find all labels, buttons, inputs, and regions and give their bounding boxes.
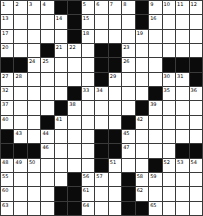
black-cell-r13c6	[68, 173, 80, 186]
cell-r14c3[interactable]	[28, 187, 40, 200]
cell-r1c2[interactable]: 2	[14, 1, 26, 14]
cell-r12c13[interactable]: 52	[163, 159, 175, 172]
cell-r3c15[interactable]	[190, 30, 202, 43]
cell-r5c12[interactable]	[149, 58, 161, 71]
black-cell-r7c6	[68, 87, 80, 100]
cell-r15c15[interactable]	[190, 202, 202, 215]
black-cell-r3c6	[68, 30, 80, 43]
cell-r13c4[interactable]	[41, 173, 53, 186]
cell-r9c12[interactable]	[149, 116, 161, 129]
clue-number: 47	[123, 144, 129, 150]
black-cell-r8c11	[136, 101, 148, 114]
cell-r11c12[interactable]	[149, 144, 161, 157]
cell-r8c1[interactable]: 37	[1, 101, 13, 114]
cell-r13c3[interactable]	[28, 173, 40, 186]
crossword-grid: 1234567891011121314151617181920212223242…	[0, 0, 203, 216]
black-cell-r6c15	[190, 73, 202, 86]
cell-r5c10[interactable]: 26	[122, 58, 134, 71]
black-cell-r4c8	[95, 44, 107, 57]
cell-r8c4[interactable]	[41, 101, 53, 114]
cell-r10c10[interactable]: 45	[122, 130, 134, 143]
black-cell-r5c13	[163, 58, 175, 71]
clue-number: 10	[164, 1, 170, 7]
cell-r14c1[interactable]: 60	[1, 187, 13, 200]
cell-r3c2[interactable]	[14, 30, 26, 43]
black-cell-r14c6	[68, 187, 80, 200]
clue-number: 65	[150, 202, 156, 208]
clue-number: 51	[110, 159, 116, 165]
cell-r3c4[interactable]	[41, 30, 53, 43]
cell-r5c11[interactable]	[136, 58, 148, 71]
cell-r2c14[interactable]	[176, 15, 188, 28]
cell-r1c14[interactable]: 11	[176, 1, 188, 14]
clue-number: 48	[2, 159, 8, 165]
black-cell-r4c4	[41, 44, 53, 57]
cell-r1c13[interactable]: 10	[163, 1, 175, 14]
cell-r10c5[interactable]	[55, 130, 67, 143]
cell-r8c12[interactable]: 39	[149, 101, 161, 114]
clue-number: 34	[96, 87, 102, 93]
clue-number: 20	[2, 44, 8, 50]
clue-number: 12	[191, 1, 197, 7]
clue-number: 50	[29, 159, 35, 165]
clue-number: 30	[164, 73, 170, 79]
clue-number: 63	[2, 202, 8, 208]
cell-r14c9[interactable]	[109, 187, 121, 200]
cell-r10c15[interactable]	[190, 130, 202, 143]
cell-r11c5[interactable]	[55, 144, 67, 157]
cell-r11c11[interactable]	[136, 144, 148, 157]
clue-number: 56	[83, 173, 89, 179]
cell-r10c13[interactable]	[163, 130, 175, 143]
cell-r9c9[interactable]	[109, 116, 121, 129]
cell-r14c2[interactable]	[14, 187, 26, 200]
black-cell-r1c5	[55, 1, 67, 14]
clue-number: 14	[56, 15, 62, 21]
cell-r7c2[interactable]	[14, 87, 26, 100]
cell-r2c4[interactable]	[41, 15, 53, 28]
clue-number: 60	[2, 187, 8, 193]
cell-r13c2[interactable]	[14, 173, 26, 186]
cell-r7c3[interactable]	[28, 87, 40, 100]
clue-number: 49	[15, 159, 21, 165]
cell-r2c2[interactable]	[14, 15, 26, 28]
clue-number: 27	[2, 73, 8, 79]
clue-number: 24	[29, 58, 35, 64]
cell-r6c13[interactable]: 30	[163, 73, 175, 86]
cell-r9c6[interactable]	[68, 116, 80, 129]
cell-r3c11[interactable]: 19	[136, 30, 148, 43]
cell-r13c13[interactable]	[163, 173, 175, 186]
cell-r14c13[interactable]	[163, 187, 175, 200]
cell-r2c12[interactable]: 16	[149, 15, 161, 28]
cell-r6c10[interactable]	[122, 73, 134, 86]
cell-r3c1[interactable]: 17	[1, 30, 13, 43]
cell-r4c3[interactable]	[28, 44, 40, 57]
clue-number: 54	[191, 159, 197, 165]
cell-r13c1[interactable]: 55	[1, 173, 13, 186]
cell-r14c15[interactable]	[190, 187, 202, 200]
cell-r9c8[interactable]	[95, 116, 107, 129]
cell-r10c3[interactable]	[28, 130, 40, 143]
cell-r12c10[interactable]	[122, 159, 134, 172]
cell-r2c10[interactable]	[122, 15, 134, 28]
clue-number: 37	[2, 101, 8, 107]
cell-r4c10[interactable]: 23	[122, 44, 134, 57]
clue-number: 1	[2, 1, 5, 7]
cell-r1c4[interactable]: 4	[41, 1, 53, 14]
clue-number: 19	[137, 30, 143, 36]
cell-r3c10[interactable]	[122, 30, 134, 43]
clue-number: 23	[123, 44, 129, 50]
cell-r3c13[interactable]	[163, 30, 175, 43]
clue-number: 38	[69, 101, 75, 107]
black-cell-r11c9	[109, 144, 121, 157]
cell-r15c3[interactable]	[28, 202, 40, 215]
black-cell-r10c1	[1, 130, 13, 143]
cell-r11c10[interactable]: 47	[122, 144, 134, 157]
clue-number: 15	[83, 15, 89, 21]
clue-number: 41	[56, 116, 62, 122]
cell-r4c2[interactable]	[14, 44, 26, 57]
cell-r8c13[interactable]	[163, 101, 175, 114]
black-cell-r8c5	[55, 101, 67, 114]
cell-r9c2[interactable]	[14, 116, 26, 129]
black-cell-r11c1	[1, 144, 13, 157]
cell-r7c14[interactable]	[176, 87, 188, 100]
cell-r8c14[interactable]	[176, 101, 188, 114]
black-cell-r12c12	[149, 159, 161, 172]
clue-number: 28	[15, 73, 21, 79]
black-cell-r6c8	[95, 73, 107, 86]
clue-number: 52	[164, 159, 170, 165]
cell-r6c11[interactable]	[136, 73, 148, 86]
cell-r3c7[interactable]: 18	[82, 30, 94, 43]
cell-r6c12[interactable]	[149, 73, 161, 86]
black-cell-r14c10	[122, 187, 134, 200]
cell-r15c12[interactable]: 65	[149, 202, 161, 215]
cell-r4c15[interactable]	[190, 44, 202, 57]
cell-r13c11[interactable]: 58	[136, 173, 148, 186]
cell-r14c7[interactable]: 61	[82, 187, 94, 200]
cell-r13c7[interactable]: 56	[82, 173, 94, 186]
cell-r3c8[interactable]	[95, 30, 107, 43]
clue-number: 36	[191, 87, 197, 93]
black-cell-r15c6	[68, 202, 80, 215]
clue-number: 35	[164, 87, 170, 93]
cell-r3c9[interactable]	[109, 30, 121, 43]
cell-r1c3[interactable]: 3	[28, 1, 40, 14]
black-cell-r4c9	[109, 44, 121, 57]
cell-r8c7[interactable]	[82, 101, 94, 114]
clue-number: 17	[2, 30, 8, 36]
cell-r12c15[interactable]: 54	[190, 159, 202, 172]
cell-r14c11[interactable]: 62	[136, 187, 148, 200]
cell-r15c9[interactable]	[109, 202, 121, 215]
black-cell-r11c2	[14, 144, 26, 157]
cell-r9c1[interactable]: 40	[1, 116, 13, 129]
cell-r4c1[interactable]: 20	[1, 44, 13, 57]
clue-number: 39	[150, 101, 156, 107]
cell-r5c6[interactable]	[68, 58, 80, 71]
black-cell-r2c6	[68, 15, 80, 28]
clue-number: 13	[2, 15, 8, 21]
cell-r7c1[interactable]: 32	[1, 87, 13, 100]
clue-number: 40	[2, 116, 8, 122]
cell-r12c6[interactable]	[68, 159, 80, 172]
cell-r1c8[interactable]: 6	[95, 1, 107, 14]
cell-r4c14[interactable]	[176, 44, 188, 57]
cell-r4c7[interactable]	[82, 44, 94, 57]
clue-number: 29	[110, 73, 116, 79]
clue-number: 6	[96, 1, 99, 7]
cell-r2c7[interactable]: 15	[82, 15, 94, 28]
cell-r12c9[interactable]: 51	[109, 159, 121, 172]
cell-r9c14[interactable]	[176, 116, 188, 129]
cell-r11c6[interactable]	[68, 144, 80, 157]
cell-r12c11[interactable]	[136, 159, 148, 172]
cell-r9c7[interactable]	[82, 116, 94, 129]
cell-r15c7[interactable]: 64	[82, 202, 94, 215]
clue-number: 44	[42, 130, 48, 136]
cell-r10c7[interactable]	[82, 130, 94, 143]
cell-r11c4[interactable]: 46	[41, 144, 53, 157]
cell-r13c9[interactable]	[109, 173, 121, 186]
clue-number: 46	[42, 144, 48, 150]
cell-r7c5[interactable]	[55, 87, 67, 100]
cell-r10c12[interactable]	[149, 130, 161, 143]
cell-r2c13[interactable]	[163, 15, 175, 28]
black-cell-r11c8	[95, 144, 107, 157]
cell-r1c7[interactable]: 5	[82, 1, 94, 14]
cell-r3c12[interactable]	[149, 30, 161, 43]
cell-r9c5[interactable]: 41	[55, 116, 67, 129]
cell-r5c3[interactable]: 24	[28, 58, 40, 71]
cell-r10c14[interactable]	[176, 130, 188, 143]
cell-r6c4[interactable]	[41, 73, 53, 86]
clue-number: 31	[177, 73, 183, 79]
black-cell-r5c2	[14, 58, 26, 71]
cell-r1c9[interactable]: 7	[109, 1, 121, 14]
clue-number: 33	[83, 87, 89, 93]
cell-r4c5[interactable]: 21	[55, 44, 67, 57]
clue-number: 59	[150, 173, 156, 179]
black-cell-r13c10	[122, 173, 134, 186]
cell-r6c14[interactable]: 31	[176, 73, 188, 86]
cell-r4c13[interactable]	[163, 44, 175, 57]
clue-number: 64	[83, 202, 89, 208]
cell-r7c13[interactable]: 35	[163, 87, 175, 100]
black-cell-r1c11	[136, 1, 148, 14]
cell-r11c7[interactable]	[82, 144, 94, 157]
cell-r14c14[interactable]	[176, 187, 188, 200]
clue-number: 7	[110, 1, 113, 7]
cell-r4c11[interactable]	[136, 44, 148, 57]
clue-number: 21	[56, 44, 62, 50]
cell-r8c2[interactable]	[14, 101, 26, 114]
cell-r7c11[interactable]	[136, 87, 148, 100]
clue-number: 58	[137, 173, 143, 179]
cell-r9c3[interactable]	[28, 116, 40, 129]
cell-r13c15[interactable]	[190, 173, 202, 186]
cell-r7c15[interactable]: 36	[190, 87, 202, 100]
cell-r1c1[interactable]: 1	[1, 1, 13, 14]
cell-r2c1[interactable]: 13	[1, 15, 13, 28]
cell-r9c13[interactable]	[163, 116, 175, 129]
cell-r13c8[interactable]: 57	[95, 173, 107, 186]
cell-r10c11[interactable]	[136, 130, 148, 143]
black-cell-r1c6	[68, 1, 80, 14]
cell-r5c5[interactable]	[55, 58, 67, 71]
cell-r2c8[interactable]	[95, 15, 107, 28]
cell-r7c9[interactable]	[109, 87, 121, 100]
cell-r1c12[interactable]: 9	[149, 1, 161, 14]
clue-number: 2	[15, 1, 18, 7]
cell-r6c6[interactable]	[68, 73, 80, 86]
black-cell-r11c14	[176, 144, 188, 157]
cell-r7c4[interactable]	[41, 87, 53, 100]
clue-number: 53	[177, 159, 183, 165]
cell-r14c4[interactable]	[41, 187, 53, 200]
clue-number: 5	[83, 1, 86, 7]
cell-r12c2[interactable]: 49	[14, 159, 26, 172]
cell-r6c1[interactable]: 27	[1, 73, 13, 86]
cell-r7c7[interactable]: 33	[82, 87, 94, 100]
clue-number: 9	[150, 1, 153, 7]
black-cell-r7c12	[149, 87, 161, 100]
cell-r12c5[interactable]	[55, 159, 67, 172]
cell-r2c15[interactable]	[190, 15, 202, 28]
black-cell-r5c15	[190, 58, 202, 71]
cell-r4c6[interactable]: 22	[68, 44, 80, 57]
clue-number: 4	[42, 1, 45, 7]
cell-r14c12[interactable]	[149, 187, 161, 200]
cell-r1c15[interactable]: 12	[190, 1, 202, 14]
black-cell-r10c9	[109, 130, 121, 143]
cell-r15c2[interactable]	[14, 202, 26, 215]
cell-r15c4[interactable]	[41, 202, 53, 215]
cell-r9c15[interactable]	[190, 116, 202, 129]
cell-r13c5[interactable]	[55, 173, 67, 186]
black-cell-r11c3	[28, 144, 40, 157]
cell-r3c5[interactable]	[55, 30, 67, 43]
cell-r2c3[interactable]	[28, 15, 40, 28]
black-cell-r14c5	[55, 187, 67, 200]
cell-r13c12[interactable]: 59	[149, 173, 161, 186]
cell-r12c3[interactable]: 50	[28, 159, 40, 172]
cell-r2c9[interactable]	[109, 15, 121, 28]
black-cell-r5c1	[1, 58, 13, 71]
cell-r6c2[interactable]: 28	[14, 73, 26, 86]
clue-number: 45	[123, 130, 129, 136]
clue-number: 3	[29, 1, 32, 7]
clue-number: 18	[83, 30, 89, 36]
cell-r15c1[interactable]: 63	[1, 202, 13, 215]
cell-r8c3[interactable]	[28, 101, 40, 114]
clue-number: 32	[2, 87, 8, 93]
cell-r12c7[interactable]	[82, 159, 94, 172]
cell-r12c1[interactable]: 48	[1, 159, 13, 172]
cell-r6c9[interactable]: 29	[109, 73, 121, 86]
cell-r15c8[interactable]	[95, 202, 107, 215]
clue-number: 43	[15, 130, 21, 136]
cell-r12c14[interactable]: 53	[176, 159, 188, 172]
cell-r13c14[interactable]	[176, 173, 188, 186]
cell-r4c12[interactable]	[149, 44, 161, 57]
cell-r12c4[interactable]	[41, 159, 53, 172]
clue-number: 55	[2, 173, 8, 179]
cell-r8c8[interactable]	[95, 101, 107, 114]
cell-r8c10[interactable]	[122, 101, 134, 114]
cell-r14c8[interactable]	[95, 187, 107, 200]
clue-number: 25	[42, 58, 48, 64]
cell-r6c7[interactable]	[82, 73, 94, 86]
cell-r3c3[interactable]	[28, 30, 40, 43]
cell-r10c4[interactable]: 44	[41, 130, 53, 143]
cell-r7c8[interactable]: 34	[95, 87, 107, 100]
cell-r1c10[interactable]: 8	[122, 1, 134, 14]
cell-r9c11[interactable]: 42	[136, 116, 148, 129]
black-cell-r9c10	[122, 116, 134, 129]
cell-r15c13[interactable]	[163, 202, 175, 215]
clue-number: 61	[83, 187, 89, 193]
clue-number: 16	[150, 15, 156, 21]
clue-number: 26	[123, 58, 129, 64]
cell-r8c9[interactable]	[109, 101, 121, 114]
cell-r10c6[interactable]	[68, 130, 80, 143]
black-cell-r15c5	[55, 202, 67, 215]
cell-r7c10[interactable]	[122, 87, 134, 100]
clue-number: 42	[137, 116, 143, 122]
clue-number: 57	[96, 173, 102, 179]
black-cell-r11c15	[190, 144, 202, 157]
cell-r6c5[interactable]	[55, 73, 67, 86]
clue-number: 22	[69, 44, 75, 50]
black-cell-r12c8	[95, 159, 107, 172]
black-cell-r2c11	[136, 15, 148, 28]
cell-r6c3[interactable]	[28, 73, 40, 86]
black-cell-r9c4	[41, 116, 53, 129]
clue-number: 11	[177, 1, 183, 7]
black-cell-r5c14	[176, 58, 188, 71]
black-cell-r5c8	[95, 58, 107, 71]
black-cell-r10c8	[95, 130, 107, 143]
cell-r11c13[interactable]	[163, 144, 175, 157]
cell-r8c15[interactable]	[190, 101, 202, 114]
black-cell-r15c11	[136, 202, 148, 215]
cell-r5c7[interactable]	[82, 58, 94, 71]
cell-r15c14[interactable]	[176, 202, 188, 215]
clue-number: 8	[123, 1, 126, 7]
cell-r2c5[interactable]: 14	[55, 15, 67, 28]
cell-r3c14[interactable]	[176, 30, 188, 43]
cell-r5c4[interactable]: 25	[41, 58, 53, 71]
clue-number: 62	[137, 187, 143, 193]
cell-r8c6[interactable]: 38	[68, 101, 80, 114]
black-cell-r5c9	[109, 58, 121, 71]
cell-r10c2[interactable]: 43	[14, 130, 26, 143]
black-cell-r15c10	[122, 202, 134, 215]
